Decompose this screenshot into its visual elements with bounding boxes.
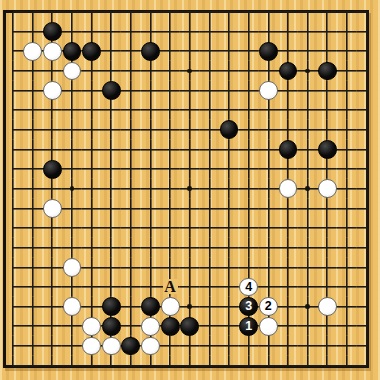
- intersection-9-1[interactable]: [180, 22, 200, 42]
- intersection-17-12[interactable]: [337, 238, 357, 258]
- intersection-4-9[interactable]: [82, 179, 102, 199]
- intersection-0-7[interactable]: [3, 140, 23, 160]
- intersection-15-3[interactable]: [298, 61, 318, 81]
- intersection-5-15[interactable]: [101, 297, 121, 317]
- intersection-16-2[interactable]: [317, 41, 337, 61]
- intersection-5-5[interactable]: [101, 100, 121, 120]
- intersection-6-14[interactable]: [121, 277, 141, 297]
- intersection-1-0[interactable]: [23, 2, 43, 22]
- intersection-16-9[interactable]: [317, 179, 337, 199]
- intersection-10-4[interactable]: [200, 81, 220, 101]
- intersection-4-4[interactable]: [82, 81, 102, 101]
- intersection-2-11[interactable]: [42, 218, 62, 238]
- intersection-8-11[interactable]: [160, 218, 180, 238]
- intersection-2-7[interactable]: [42, 140, 62, 160]
- intersection-13-6[interactable]: [259, 120, 279, 140]
- intersection-13-5[interactable]: [259, 100, 279, 120]
- intersection-5-1[interactable]: [101, 22, 121, 42]
- intersection-7-17[interactable]: [141, 336, 161, 356]
- intersection-13-3[interactable]: [259, 61, 279, 81]
- intersection-5-17[interactable]: [101, 336, 121, 356]
- intersection-7-9[interactable]: [141, 179, 161, 199]
- intersection-1-10[interactable]: [23, 199, 43, 219]
- intersection-14-11[interactable]: [278, 218, 298, 238]
- intersection-10-14[interactable]: [200, 277, 220, 297]
- intersection-12-9[interactable]: [239, 179, 259, 199]
- intersection-1-11[interactable]: [23, 218, 43, 238]
- intersection-14-10[interactable]: [278, 199, 298, 219]
- intersection-15-7[interactable]: [298, 140, 318, 160]
- intersection-6-16[interactable]: [121, 316, 141, 336]
- intersection-8-15[interactable]: [160, 297, 180, 317]
- intersection-2-2[interactable]: [42, 41, 62, 61]
- intersection-0-17[interactable]: [3, 336, 23, 356]
- intersection-10-0[interactable]: [200, 2, 220, 22]
- intersection-3-9[interactable]: [62, 179, 82, 199]
- intersection-11-18[interactable]: [219, 356, 239, 376]
- intersection-16-11[interactable]: [317, 218, 337, 238]
- intersection-9-5[interactable]: [180, 100, 200, 120]
- intersection-16-14[interactable]: [317, 277, 337, 297]
- intersection-14-12[interactable]: [278, 238, 298, 258]
- intersection-18-12[interactable]: [357, 238, 377, 258]
- intersection-4-3[interactable]: [82, 61, 102, 81]
- intersection-7-16[interactable]: [141, 316, 161, 336]
- intersection-14-18[interactable]: [278, 356, 298, 376]
- intersection-9-16[interactable]: [180, 316, 200, 336]
- intersection-17-5[interactable]: [337, 100, 357, 120]
- intersection-4-12[interactable]: [82, 238, 102, 258]
- intersection-1-17[interactable]: [23, 336, 43, 356]
- intersection-6-17[interactable]: [121, 336, 141, 356]
- intersection-9-9[interactable]: [180, 179, 200, 199]
- intersection-18-10[interactable]: [357, 199, 377, 219]
- intersection-15-9[interactable]: [298, 179, 318, 199]
- intersection-13-18[interactable]: [259, 356, 279, 376]
- intersection-16-7[interactable]: [317, 140, 337, 160]
- intersection-4-10[interactable]: [82, 199, 102, 219]
- intersection-16-12[interactable]: [317, 238, 337, 258]
- intersection-16-17[interactable]: [317, 336, 337, 356]
- intersection-3-6[interactable]: [62, 120, 82, 140]
- intersection-14-4[interactable]: [278, 81, 298, 101]
- intersection-17-2[interactable]: [337, 41, 357, 61]
- intersection-10-6[interactable]: [200, 120, 220, 140]
- intersection-18-13[interactable]: [357, 258, 377, 278]
- intersection-5-7[interactable]: [101, 140, 121, 160]
- intersection-1-18[interactable]: [23, 356, 43, 376]
- intersection-14-3[interactable]: [278, 61, 298, 81]
- intersection-11-2[interactable]: [219, 41, 239, 61]
- intersection-14-5[interactable]: [278, 100, 298, 120]
- intersection-2-3[interactable]: [42, 61, 62, 81]
- intersection-0-9[interactable]: [3, 179, 23, 199]
- intersection-11-14[interactable]: [219, 277, 239, 297]
- intersection-3-7[interactable]: [62, 140, 82, 160]
- intersection-3-2[interactable]: [62, 41, 82, 61]
- intersection-17-4[interactable]: [337, 81, 357, 101]
- intersection-16-15[interactable]: [317, 297, 337, 317]
- intersection-18-17[interactable]: [357, 336, 377, 356]
- intersection-11-11[interactable]: [219, 218, 239, 238]
- intersection-18-16[interactable]: [357, 316, 377, 336]
- intersection-17-10[interactable]: [337, 199, 357, 219]
- intersection-10-12[interactable]: [200, 238, 220, 258]
- intersection-0-10[interactable]: [3, 199, 23, 219]
- intersection-11-3[interactable]: [219, 61, 239, 81]
- intersection-3-15[interactable]: [62, 297, 82, 317]
- intersection-18-7[interactable]: [357, 140, 377, 160]
- intersection-8-4[interactable]: [160, 81, 180, 101]
- intersection-9-13[interactable]: [180, 258, 200, 278]
- intersection-7-2[interactable]: [141, 41, 161, 61]
- intersection-2-14[interactable]: [42, 277, 62, 297]
- intersection-15-12[interactable]: [298, 238, 318, 258]
- intersection-0-5[interactable]: [3, 100, 23, 120]
- intersection-12-18[interactable]: [239, 356, 259, 376]
- intersection-6-12[interactable]: [121, 238, 141, 258]
- intersection-7-15[interactable]: [141, 297, 161, 317]
- intersection-14-2[interactable]: [278, 41, 298, 61]
- intersection-10-7[interactable]: [200, 140, 220, 160]
- intersection-16-6[interactable]: [317, 120, 337, 140]
- intersection-12-6[interactable]: [239, 120, 259, 140]
- intersection-14-0[interactable]: [278, 2, 298, 22]
- intersection-0-18[interactable]: [3, 356, 23, 376]
- intersection-7-8[interactable]: [141, 159, 161, 179]
- intersection-10-18[interactable]: [200, 356, 220, 376]
- intersection-13-17[interactable]: [259, 336, 279, 356]
- intersection-17-15[interactable]: [337, 297, 357, 317]
- intersection-9-4[interactable]: [180, 81, 200, 101]
- intersection-18-0[interactable]: [357, 2, 377, 22]
- intersection-11-17[interactable]: [219, 336, 239, 356]
- intersection-15-11[interactable]: [298, 218, 318, 238]
- intersection-0-2[interactable]: [3, 41, 23, 61]
- intersection-4-7[interactable]: [82, 140, 102, 160]
- intersection-18-14[interactable]: [357, 277, 377, 297]
- intersection-16-0[interactable]: [317, 2, 337, 22]
- intersection-5-10[interactable]: [101, 199, 121, 219]
- intersection-18-18[interactable]: [357, 356, 377, 376]
- intersection-9-12[interactable]: [180, 238, 200, 258]
- intersection-4-13[interactable]: [82, 258, 102, 278]
- intersection-5-3[interactable]: [101, 61, 121, 81]
- intersection-13-2[interactable]: [259, 41, 279, 61]
- intersection-16-5[interactable]: [317, 100, 337, 120]
- intersection-6-2[interactable]: [121, 41, 141, 61]
- intersection-9-7[interactable]: [180, 140, 200, 160]
- intersection-12-0[interactable]: [239, 2, 259, 22]
- intersection-10-10[interactable]: [200, 199, 220, 219]
- intersection-9-2[interactable]: [180, 41, 200, 61]
- intersection-11-13[interactable]: [219, 258, 239, 278]
- intersection-9-17[interactable]: [180, 336, 200, 356]
- intersection-13-1[interactable]: [259, 22, 279, 42]
- intersection-8-6[interactable]: [160, 120, 180, 140]
- intersection-16-1[interactable]: [317, 22, 337, 42]
- intersection-3-10[interactable]: [62, 199, 82, 219]
- intersection-11-0[interactable]: [219, 2, 239, 22]
- intersection-6-0[interactable]: [121, 2, 141, 22]
- intersection-4-18[interactable]: [82, 356, 102, 376]
- intersection-15-0[interactable]: [298, 2, 318, 22]
- intersection-4-1[interactable]: [82, 22, 102, 42]
- intersection-3-18[interactable]: [62, 356, 82, 376]
- intersection-15-8[interactable]: [298, 159, 318, 179]
- intersection-12-4[interactable]: [239, 81, 259, 101]
- intersection-18-1[interactable]: [357, 22, 377, 42]
- intersection-0-0[interactable]: [3, 2, 23, 22]
- intersection-7-10[interactable]: [141, 199, 161, 219]
- intersection-6-11[interactable]: [121, 218, 141, 238]
- intersection-12-3[interactable]: [239, 61, 259, 81]
- intersection-1-14[interactable]: [23, 277, 43, 297]
- intersection-8-16[interactable]: [160, 316, 180, 336]
- intersection-16-13[interactable]: [317, 258, 337, 278]
- intersection-1-8[interactable]: [23, 159, 43, 179]
- intersection-9-15[interactable]: [180, 297, 200, 317]
- intersection-10-17[interactable]: [200, 336, 220, 356]
- intersection-17-9[interactable]: [337, 179, 357, 199]
- intersection-12-1[interactable]: [239, 22, 259, 42]
- intersection-8-13[interactable]: [160, 258, 180, 278]
- intersection-6-1[interactable]: [121, 22, 141, 42]
- intersection-15-2[interactable]: [298, 41, 318, 61]
- intersection-16-4[interactable]: [317, 81, 337, 101]
- intersection-13-7[interactable]: [259, 140, 279, 160]
- intersection-11-6[interactable]: [219, 120, 239, 140]
- intersection-1-2[interactable]: [23, 41, 43, 61]
- intersection-13-15[interactable]: 2: [259, 297, 279, 317]
- intersection-12-13[interactable]: [239, 258, 259, 278]
- intersection-3-1[interactable]: [62, 22, 82, 42]
- intersection-0-16[interactable]: [3, 316, 23, 336]
- intersection-13-16[interactable]: [259, 316, 279, 336]
- intersection-12-5[interactable]: [239, 100, 259, 120]
- intersection-0-15[interactable]: [3, 297, 23, 317]
- intersection-16-8[interactable]: [317, 159, 337, 179]
- intersection-7-3[interactable]: [141, 61, 161, 81]
- intersection-2-12[interactable]: [42, 238, 62, 258]
- intersection-3-0[interactable]: [62, 2, 82, 22]
- intersection-12-10[interactable]: [239, 199, 259, 219]
- intersection-6-15[interactable]: [121, 297, 141, 317]
- intersection-2-4[interactable]: [42, 81, 62, 101]
- intersection-3-14[interactable]: [62, 277, 82, 297]
- intersection-6-18[interactable]: [121, 356, 141, 376]
- intersection-5-6[interactable]: [101, 120, 121, 140]
- intersection-15-4[interactable]: [298, 81, 318, 101]
- intersection-14-9[interactable]: [278, 179, 298, 199]
- intersection-2-15[interactable]: [42, 297, 62, 317]
- intersection-7-1[interactable]: [141, 22, 161, 42]
- intersection-11-4[interactable]: [219, 81, 239, 101]
- intersection-8-7[interactable]: [160, 140, 180, 160]
- intersection-12-16[interactable]: 1: [239, 316, 259, 336]
- intersection-12-8[interactable]: [239, 159, 259, 179]
- intersection-16-18[interactable]: [317, 356, 337, 376]
- intersection-8-5[interactable]: [160, 100, 180, 120]
- intersection-15-17[interactable]: [298, 336, 318, 356]
- intersection-17-17[interactable]: [337, 336, 357, 356]
- intersection-12-11[interactable]: [239, 218, 259, 238]
- intersection-6-13[interactable]: [121, 258, 141, 278]
- intersection-14-17[interactable]: [278, 336, 298, 356]
- intersection-4-5[interactable]: [82, 100, 102, 120]
- intersection-3-12[interactable]: [62, 238, 82, 258]
- intersection-17-16[interactable]: [337, 316, 357, 336]
- intersection-14-7[interactable]: [278, 140, 298, 160]
- intersection-18-2[interactable]: [357, 41, 377, 61]
- intersection-7-4[interactable]: [141, 81, 161, 101]
- intersection-4-2[interactable]: [82, 41, 102, 61]
- intersection-7-13[interactable]: [141, 258, 161, 278]
- intersection-15-5[interactable]: [298, 100, 318, 120]
- intersection-8-1[interactable]: [160, 22, 180, 42]
- intersection-1-3[interactable]: [23, 61, 43, 81]
- intersection-9-0[interactable]: [180, 2, 200, 22]
- intersection-13-10[interactable]: [259, 199, 279, 219]
- intersection-1-9[interactable]: [23, 179, 43, 199]
- intersection-9-3[interactable]: [180, 61, 200, 81]
- intersection-2-8[interactable]: [42, 159, 62, 179]
- intersection-10-16[interactable]: [200, 316, 220, 336]
- intersection-11-9[interactable]: [219, 179, 239, 199]
- intersection-5-8[interactable]: [101, 159, 121, 179]
- intersection-12-15[interactable]: 3: [239, 297, 259, 317]
- intersection-18-4[interactable]: [357, 81, 377, 101]
- intersection-0-14[interactable]: [3, 277, 23, 297]
- intersection-17-0[interactable]: [337, 2, 357, 22]
- intersection-14-14[interactable]: [278, 277, 298, 297]
- intersection-12-12[interactable]: [239, 238, 259, 258]
- intersection-14-15[interactable]: [278, 297, 298, 317]
- intersection-0-1[interactable]: [3, 22, 23, 42]
- intersection-8-14[interactable]: A: [160, 277, 180, 297]
- intersection-10-15[interactable]: [200, 297, 220, 317]
- intersection-8-8[interactable]: [160, 159, 180, 179]
- intersection-9-14[interactable]: [180, 277, 200, 297]
- intersection-4-17[interactable]: [82, 336, 102, 356]
- intersection-5-11[interactable]: [101, 218, 121, 238]
- intersection-9-18[interactable]: [180, 356, 200, 376]
- intersection-3-11[interactable]: [62, 218, 82, 238]
- intersection-14-8[interactable]: [278, 159, 298, 179]
- intersection-1-6[interactable]: [23, 120, 43, 140]
- intersection-2-10[interactable]: [42, 199, 62, 219]
- intersection-10-13[interactable]: [200, 258, 220, 278]
- intersection-15-15[interactable]: [298, 297, 318, 317]
- intersection-5-18[interactable]: [101, 356, 121, 376]
- intersection-18-15[interactable]: [357, 297, 377, 317]
- intersection-18-6[interactable]: [357, 120, 377, 140]
- intersection-4-8[interactable]: [82, 159, 102, 179]
- intersection-5-12[interactable]: [101, 238, 121, 258]
- intersection-6-7[interactable]: [121, 140, 141, 160]
- intersection-13-4[interactable]: [259, 81, 279, 101]
- intersection-17-1[interactable]: [337, 22, 357, 42]
- intersection-1-15[interactable]: [23, 297, 43, 317]
- intersection-7-12[interactable]: [141, 238, 161, 258]
- intersection-15-14[interactable]: [298, 277, 318, 297]
- intersection-9-11[interactable]: [180, 218, 200, 238]
- intersection-18-9[interactable]: [357, 179, 377, 199]
- intersection-2-16[interactable]: [42, 316, 62, 336]
- intersection-7-11[interactable]: [141, 218, 161, 238]
- intersection-11-10[interactable]: [219, 199, 239, 219]
- intersection-8-9[interactable]: [160, 179, 180, 199]
- intersection-13-12[interactable]: [259, 238, 279, 258]
- intersection-15-6[interactable]: [298, 120, 318, 140]
- intersection-11-15[interactable]: [219, 297, 239, 317]
- intersection-8-10[interactable]: [160, 199, 180, 219]
- intersection-6-4[interactable]: [121, 81, 141, 101]
- intersection-8-3[interactable]: [160, 61, 180, 81]
- intersection-4-6[interactable]: [82, 120, 102, 140]
- intersection-6-9[interactable]: [121, 179, 141, 199]
- intersection-8-0[interactable]: [160, 2, 180, 22]
- intersection-6-6[interactable]: [121, 120, 141, 140]
- intersection-16-16[interactable]: [317, 316, 337, 336]
- intersection-5-16[interactable]: [101, 316, 121, 336]
- intersection-1-5[interactable]: [23, 100, 43, 120]
- intersection-1-1[interactable]: [23, 22, 43, 42]
- intersection-14-13[interactable]: [278, 258, 298, 278]
- intersection-12-2[interactable]: [239, 41, 259, 61]
- intersection-9-10[interactable]: [180, 199, 200, 219]
- intersection-4-0[interactable]: [82, 2, 102, 22]
- intersection-6-8[interactable]: [121, 159, 141, 179]
- intersection-12-14[interactable]: 4: [239, 277, 259, 297]
- intersection-3-17[interactable]: [62, 336, 82, 356]
- intersection-10-11[interactable]: [200, 218, 220, 238]
- intersection-5-9[interactable]: [101, 179, 121, 199]
- intersection-6-3[interactable]: [121, 61, 141, 81]
- intersection-15-18[interactable]: [298, 356, 318, 376]
- intersection-4-14[interactable]: [82, 277, 102, 297]
- intersection-11-1[interactable]: [219, 22, 239, 42]
- intersection-10-5[interactable]: [200, 100, 220, 120]
- intersection-3-16[interactable]: [62, 316, 82, 336]
- intersection-1-13[interactable]: [23, 258, 43, 278]
- intersection-2-18[interactable]: [42, 356, 62, 376]
- intersection-17-14[interactable]: [337, 277, 357, 297]
- intersection-2-1[interactable]: [42, 22, 62, 42]
- intersection-10-3[interactable]: [200, 61, 220, 81]
- intersection-5-2[interactable]: [101, 41, 121, 61]
- intersection-8-12[interactable]: [160, 238, 180, 258]
- intersection-17-6[interactable]: [337, 120, 357, 140]
- intersection-3-8[interactable]: [62, 159, 82, 179]
- intersection-2-6[interactable]: [42, 120, 62, 140]
- intersection-17-18[interactable]: [337, 356, 357, 376]
- intersection-1-16[interactable]: [23, 316, 43, 336]
- intersection-15-13[interactable]: [298, 258, 318, 278]
- intersection-0-8[interactable]: [3, 159, 23, 179]
- intersection-18-8[interactable]: [357, 159, 377, 179]
- intersection-2-13[interactable]: [42, 258, 62, 278]
- intersection-0-12[interactable]: [3, 238, 23, 258]
- intersection-8-2[interactable]: [160, 41, 180, 61]
- intersection-8-18[interactable]: [160, 356, 180, 376]
- intersection-1-12[interactable]: [23, 238, 43, 258]
- intersection-13-8[interactable]: [259, 159, 279, 179]
- intersection-2-0[interactable]: [42, 2, 62, 22]
- intersection-2-5[interactable]: [42, 100, 62, 120]
- intersection-3-3[interactable]: [62, 61, 82, 81]
- intersection-3-5[interactable]: [62, 100, 82, 120]
